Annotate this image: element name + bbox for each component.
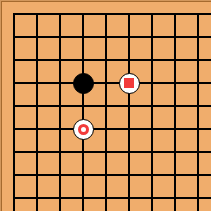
black-stone-4-4[interactable]: [73, 73, 94, 94]
white-stone-4-6[interactable]: [73, 119, 94, 140]
stones-layer: [0, 0, 211, 211]
red-square-marker: [124, 78, 134, 88]
go-board-diagram: [0, 0, 211, 211]
white-stone-6-4[interactable]: [119, 73, 140, 94]
red-circle-marker: [78, 124, 89, 135]
